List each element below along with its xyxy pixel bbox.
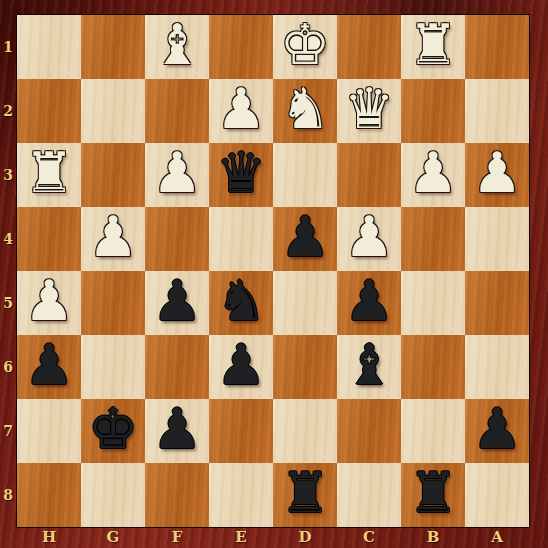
square-d1[interactable]: ♚ (273, 15, 337, 79)
white-pawn[interactable]: ♟ (24, 269, 74, 333)
black-king[interactable]: ♚ (88, 397, 138, 461)
black-queen[interactable]: ♛ (216, 141, 266, 205)
square-d3[interactable] (273, 143, 337, 207)
square-e4[interactable] (209, 207, 273, 271)
black-pawn[interactable]: ♟ (472, 397, 522, 461)
square-f8[interactable] (145, 463, 209, 527)
square-g5[interactable] (81, 271, 145, 335)
file-label-d: D (273, 527, 337, 548)
square-g8[interactable] (81, 463, 145, 527)
square-h4[interactable] (17, 207, 81, 271)
square-e7[interactable] (209, 399, 273, 463)
square-e2[interactable]: ♟ (209, 79, 273, 143)
file-label-g: G (81, 527, 145, 548)
square-g3[interactable] (81, 143, 145, 207)
square-d7[interactable] (273, 399, 337, 463)
square-b5[interactable] (401, 271, 465, 335)
square-c7[interactable] (337, 399, 401, 463)
square-h1[interactable] (17, 15, 81, 79)
black-pawn[interactable]: ♟ (24, 333, 74, 397)
square-e1[interactable] (209, 15, 273, 79)
square-g1[interactable] (81, 15, 145, 79)
square-e6[interactable]: ♟ (209, 335, 273, 399)
white-pawn[interactable]: ♟ (88, 205, 138, 269)
square-d8[interactable]: ♜ (273, 463, 337, 527)
square-d2[interactable]: ♞ (273, 79, 337, 143)
square-h3[interactable]: ♜ (17, 143, 81, 207)
square-g2[interactable] (81, 79, 145, 143)
rank-label-2: 2 (0, 79, 16, 143)
file-label-e: E (209, 527, 273, 548)
file-label-a: A (465, 527, 529, 548)
square-b7[interactable] (401, 399, 465, 463)
white-pawn[interactable]: ♟ (152, 141, 202, 205)
square-c8[interactable] (337, 463, 401, 527)
file-label-h: H (17, 527, 81, 548)
square-h2[interactable] (17, 79, 81, 143)
square-b4[interactable] (401, 207, 465, 271)
file-label-f: F (145, 527, 209, 548)
black-pawn[interactable]: ♟ (152, 397, 202, 461)
white-pawn[interactable]: ♟ (344, 205, 394, 269)
square-g4[interactable]: ♟ (81, 207, 145, 271)
square-f1[interactable]: ♝ (145, 15, 209, 79)
white-pawn[interactable]: ♟ (408, 141, 458, 205)
rank-label-3: 3 (0, 143, 16, 207)
file-label-b: B (401, 527, 465, 548)
square-e5[interactable]: ♞ (209, 271, 273, 335)
black-pawn[interactable]: ♟ (280, 205, 330, 269)
square-a2[interactable] (465, 79, 529, 143)
white-knight[interactable]: ♞ (280, 77, 330, 141)
square-g7[interactable]: ♚ (81, 399, 145, 463)
white-queen[interactable]: ♛ (344, 77, 394, 141)
square-h8[interactable] (17, 463, 81, 527)
square-a7[interactable]: ♟ (465, 399, 529, 463)
square-a1[interactable] (465, 15, 529, 79)
square-f4[interactable] (145, 207, 209, 271)
white-rook[interactable]: ♜ (24, 141, 74, 205)
square-b2[interactable] (401, 79, 465, 143)
square-c5[interactable]: ♟ (337, 271, 401, 335)
square-e8[interactable] (209, 463, 273, 527)
square-b6[interactable] (401, 335, 465, 399)
square-f7[interactable]: ♟ (145, 399, 209, 463)
square-b8[interactable]: ♜ (401, 463, 465, 527)
rank-label-8: 8 (0, 463, 16, 527)
square-f2[interactable] (145, 79, 209, 143)
white-pawn[interactable]: ♟ (472, 141, 522, 205)
square-a6[interactable] (465, 335, 529, 399)
black-pawn[interactable]: ♟ (216, 333, 266, 397)
file-labels: HGFEDCBA (17, 527, 529, 548)
square-b3[interactable]: ♟ (401, 143, 465, 207)
white-pawn[interactable]: ♟ (216, 77, 266, 141)
square-f6[interactable] (145, 335, 209, 399)
square-h6[interactable]: ♟ (17, 335, 81, 399)
square-c6[interactable]: ♝ (337, 335, 401, 399)
chess-board-app: 12345678 HGFEDCBA ♝♚♜♟♞♛♜♟♛♟♟♟♟♟♟♟♞♟♟♟♝♚… (0, 0, 548, 548)
square-b1[interactable]: ♜ (401, 15, 465, 79)
square-c3[interactable] (337, 143, 401, 207)
file-label-c: C (337, 527, 401, 548)
square-a5[interactable] (465, 271, 529, 335)
square-f5[interactable]: ♟ (145, 271, 209, 335)
rank-label-7: 7 (0, 399, 16, 463)
square-g6[interactable] (81, 335, 145, 399)
rank-label-1: 1 (0, 15, 16, 79)
black-pawn[interactable]: ♟ (344, 269, 394, 333)
square-d5[interactable] (273, 271, 337, 335)
square-h7[interactable] (17, 399, 81, 463)
square-f3[interactable]: ♟ (145, 143, 209, 207)
square-c2[interactable]: ♛ (337, 79, 401, 143)
white-bishop[interactable]: ♝ (152, 13, 202, 77)
black-knight[interactable]: ♞ (216, 269, 266, 333)
white-rook[interactable]: ♜ (408, 13, 458, 77)
white-king[interactable]: ♚ (280, 13, 330, 77)
square-e3[interactable]: ♛ (209, 143, 273, 207)
chess-board: ♝♚♜♟♞♛♜♟♛♟♟♟♟♟♟♟♞♟♟♟♝♚♟♟♜♜ (17, 15, 529, 527)
rank-label-6: 6 (0, 335, 16, 399)
rank-label-5: 5 (0, 271, 16, 335)
square-d4[interactable]: ♟ (273, 207, 337, 271)
square-c4[interactable]: ♟ (337, 207, 401, 271)
square-c1[interactable] (337, 15, 401, 79)
black-bishop[interactable]: ♝ (344, 333, 394, 397)
rank-labels: 12345678 (0, 15, 17, 527)
square-h5[interactable]: ♟ (17, 271, 81, 335)
black-pawn[interactable]: ♟ (152, 269, 202, 333)
black-rook[interactable]: ♜ (408, 461, 458, 525)
square-a4[interactable] (465, 207, 529, 271)
square-d6[interactable] (273, 335, 337, 399)
rank-label-4: 4 (0, 207, 16, 271)
black-rook[interactable]: ♜ (280, 461, 330, 525)
square-a8[interactable] (465, 463, 529, 527)
square-a3[interactable]: ♟ (465, 143, 529, 207)
